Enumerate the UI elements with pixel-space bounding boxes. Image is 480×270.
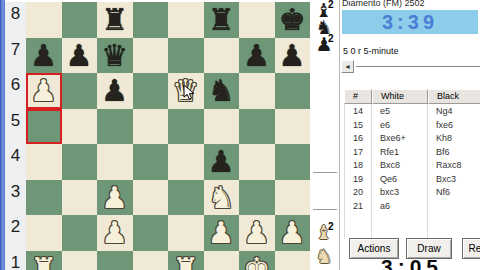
move-row-18[interactable]: 18Bxc8Raxc8 [344,158,480,172]
move-cell-white[interactable]: Qe6 [372,172,428,186]
square-h4[interactable] [275,144,311,180]
square-d3[interactable] [133,180,169,216]
square-h7[interactable]: ♟ [275,38,311,74]
white-pawn[interactable]: ♟ [30,73,57,108]
rank-label-4: 4 [5,144,26,180]
move-cell-num[interactable] [344,212,372,226]
square-a3[interactable] [26,180,62,216]
move-table-body: 14e5Ng415e6fxe616Bxe6+Kh817Rfe1Bf618Bxc8… [344,104,480,239]
black-rook[interactable]: ♜ [101,2,128,37]
square-a2[interactable] [26,215,62,251]
white-knight-icon: ♞ [312,246,336,266]
move-cell-white[interactable]: Bxe6+ [372,131,428,145]
move-cell-num[interactable]: 14 [344,104,372,118]
square-e2[interactable] [168,215,204,251]
square-b4[interactable] [62,144,98,180]
square-f6[interactable]: ♞ [204,73,240,109]
black-pawn[interactable]: ♟ [30,38,57,73]
square-f5[interactable] [204,109,240,145]
square-g8[interactable] [239,2,275,38]
player-clock: 3:05 [352,255,472,270]
move-row-14[interactable]: 14e5Ng4 [344,104,480,118]
blitzin-game-window: 87654321 ♜♜♚♟♟♛♟♟♟♟♛♞♟♟♞♟♟♟♟♜♜♚ ♝2♞♟2♝2♞… [0,0,480,270]
white-pawn[interactable]: ♟ [101,215,128,250]
square-c1[interactable] [97,251,133,270]
square-d6[interactable] [133,73,169,109]
move-cell-black[interactable]: Ng4 [428,104,480,118]
white-king[interactable]: ♚ [243,251,270,270]
move-row-19[interactable]: 19Qe6Bxc3 [344,172,480,186]
square-e7[interactable] [168,38,204,74]
square-b5[interactable] [62,109,98,145]
move-cell-num[interactable]: 21 [344,199,372,213]
square-a6[interactable]: ♟ [26,73,62,109]
move-list-table: # White Black 14e5Ng415e6fxe616Bxe6+Kh81… [344,89,480,239]
square-d5[interactable] [133,109,169,145]
move-cell-white[interactable]: e6 [372,118,428,132]
square-f8[interactable]: ♜ [204,2,240,38]
rank-label-3: 3 [5,180,26,216]
black-pawn-count: 2 [328,33,334,44]
move-cell-num[interactable]: 17 [344,145,372,159]
square-b7[interactable]: ♟ [62,38,98,74]
black-bishop-count: 2 [328,0,334,10]
black-knight[interactable]: ♞ [208,73,235,108]
square-e3[interactable] [168,180,204,216]
square-d4[interactable] [133,144,169,180]
square-g6[interactable] [239,73,275,109]
square-g1[interactable]: ♚ [239,251,275,270]
square-h6[interactable] [275,73,311,109]
move-table-header: # White Black [344,89,480,104]
chess-board[interactable]: ♜♜♚♟♟♛♟♟♟♟♛♞♟♟♞♟♟♟♟♜♜♚ [26,2,310,270]
move-row-21[interactable]: 21a6 [344,199,480,213]
move-cell-num[interactable]: 18 [344,158,372,172]
square-c8[interactable]: ♜ [97,2,133,38]
move-cell-white[interactable]: Bxc8 [372,158,428,172]
opponent-clock: 3:39 [342,10,478,34]
move-cell-white[interactable]: e5 [372,104,428,118]
black-pawn[interactable]: ♟ [279,38,306,73]
move-cell-num[interactable]: 19 [344,172,372,186]
square-g4[interactable] [239,144,275,180]
move-cell-black[interactable]: Raxc8 [428,158,480,172]
rank-label-8: 8 [5,2,26,38]
move-cell-white[interactable]: bxc3 [372,185,428,199]
square-g5[interactable] [239,109,275,145]
square-f4[interactable]: ♟ [204,144,240,180]
square-b8[interactable] [62,2,98,38]
square-c6[interactable]: ♟ [97,73,133,109]
white-pawn[interactable]: ♟ [101,180,128,215]
move-row-15[interactable]: 15e6fxe6 [344,118,480,132]
square-e5[interactable] [168,109,204,145]
black-pawn[interactable]: ♟ [101,73,128,108]
white-rook[interactable]: ♜ [172,251,199,270]
square-g7[interactable]: ♟ [239,38,275,74]
rank-label-6: 6 [5,73,26,109]
square-a7[interactable]: ♟ [26,38,62,74]
col-header-black: Black [428,89,480,104]
col-header-white: White [372,89,428,104]
white-pawn[interactable]: ♟ [279,215,306,250]
move-cell-num[interactable]: 20 [344,185,372,199]
rank-label-5: 5 [5,109,26,145]
scrollbar-track[interactable] [356,66,480,67]
square-d7[interactable] [133,38,169,74]
move-cell-white[interactable] [372,226,428,240]
square-h8[interactable]: ♚ [275,2,311,38]
col-header-num: # [344,89,372,104]
move-cell-num[interactable]: 15 [344,118,372,132]
move-cell-num[interactable] [344,226,372,240]
square-f2[interactable]: ♟ [204,215,240,251]
square-b6[interactable] [62,73,98,109]
move-cell-white[interactable] [372,212,428,226]
square-d2[interactable] [133,215,169,251]
white-knight[interactable]: ♞ [208,180,235,215]
square-g3[interactable] [239,180,275,216]
square-b2[interactable] [62,215,98,251]
square-e8[interactable] [168,2,204,38]
move-cell-black[interactable]: Nf6 [428,185,480,199]
black-pawn[interactable]: ♟ [66,38,93,73]
move-cell-black[interactable] [428,212,480,226]
square-f3[interactable]: ♞ [204,180,240,216]
mouse-cursor-icon [183,84,196,105]
square-f1[interactable] [204,251,240,270]
strip-separator [313,209,337,210]
game-type-label: 5 0 r 5-minute [343,46,399,56]
game-info-panel: Diamento (FM) 2502 3:39 5 0 r 5-minute ◄… [340,0,480,270]
square-f7[interactable] [204,38,240,74]
opponent-name-rating: Diamento (FM) 2502 [342,0,478,8]
black-pawn[interactable]: ♟ [243,38,270,73]
move-row-17[interactable]: 17Rfe1Bf6 [344,145,480,159]
square-c3[interactable]: ♟ [97,180,133,216]
move-row-empty[interactable] [344,212,480,226]
square-h2[interactable]: ♟ [275,215,311,251]
scroll-left-arrow-button[interactable]: ◄ [341,60,354,73]
square-a8[interactable] [26,2,62,38]
square-a5[interactable] [26,109,62,145]
strip-separator [313,172,337,173]
white-pawn[interactable]: ♟ [208,215,235,250]
square-a1[interactable]: ♜ [26,251,62,270]
square-d1[interactable] [133,251,169,270]
square-b3[interactable] [62,180,98,216]
rank-label-2: 2 [5,215,26,251]
move-cell-white[interactable]: Rfe1 [372,145,428,159]
move-cell-white[interactable]: a6 [372,199,428,213]
white-rook[interactable]: ♜ [30,251,57,270]
square-g2[interactable]: ♟ [239,215,275,251]
move-cell-black[interactable] [428,199,480,213]
square-a4[interactable] [26,144,62,180]
rank-label-column: 87654321 [5,2,26,270]
move-cell-black[interactable]: Bf6 [428,145,480,159]
black-rook[interactable]: ♜ [208,2,235,37]
square-c5[interactable] [97,109,133,145]
square-d8[interactable] [133,2,169,38]
square-h1[interactable] [275,251,311,270]
square-e1[interactable]: ♜ [168,251,204,270]
move-cell-num[interactable]: 16 [344,131,372,145]
move-cell-black[interactable] [428,226,480,240]
move-row-empty[interactable] [344,226,480,240]
black-queen[interactable]: ♛ [101,38,128,73]
rank-label-1: 1 [5,251,26,270]
move-row-16[interactable]: 16Bxe6+Kh8 [344,131,480,145]
black-pawn[interactable]: ♟ [208,144,235,179]
square-b1[interactable] [62,251,98,270]
captured-pieces-strip: ♝2♞♟2♝2♞ [310,0,339,270]
square-c4[interactable] [97,144,133,180]
rank-label-7: 7 [5,38,26,74]
square-c7[interactable]: ♛ [97,38,133,74]
white-bishop-count: 2 [328,221,334,232]
square-h5[interactable] [275,109,311,145]
move-row-20[interactable]: 20bxc3Nf6 [344,185,480,199]
square-h3[interactable] [275,180,311,216]
square-e4[interactable] [168,144,204,180]
move-cell-black[interactable]: Kh8 [428,131,480,145]
move-cell-black[interactable]: fxe6 [428,118,480,132]
black-king[interactable]: ♚ [279,2,306,37]
move-cell-black[interactable]: Bxc3 [428,172,480,186]
white-pawn[interactable]: ♟ [243,215,270,250]
square-c2[interactable]: ♟ [97,215,133,251]
